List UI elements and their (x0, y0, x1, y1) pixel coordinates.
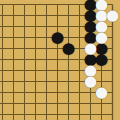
black-stone[interactable]: ● (96, 54, 107, 65)
white-stone[interactable]: ● (85, 43, 96, 54)
stones-layer: ●●●●●●●●●●●●●●●●●● (0, 0, 118, 120)
go-board-thumbnail: ●●●●●●●●●●●●●●●●●● (0, 0, 120, 120)
white-stone[interactable]: ● (96, 32, 107, 43)
white-stone[interactable]: ● (96, 87, 107, 98)
white-stone[interactable]: ● (107, 10, 118, 21)
black-stone[interactable]: ● (63, 43, 74, 54)
